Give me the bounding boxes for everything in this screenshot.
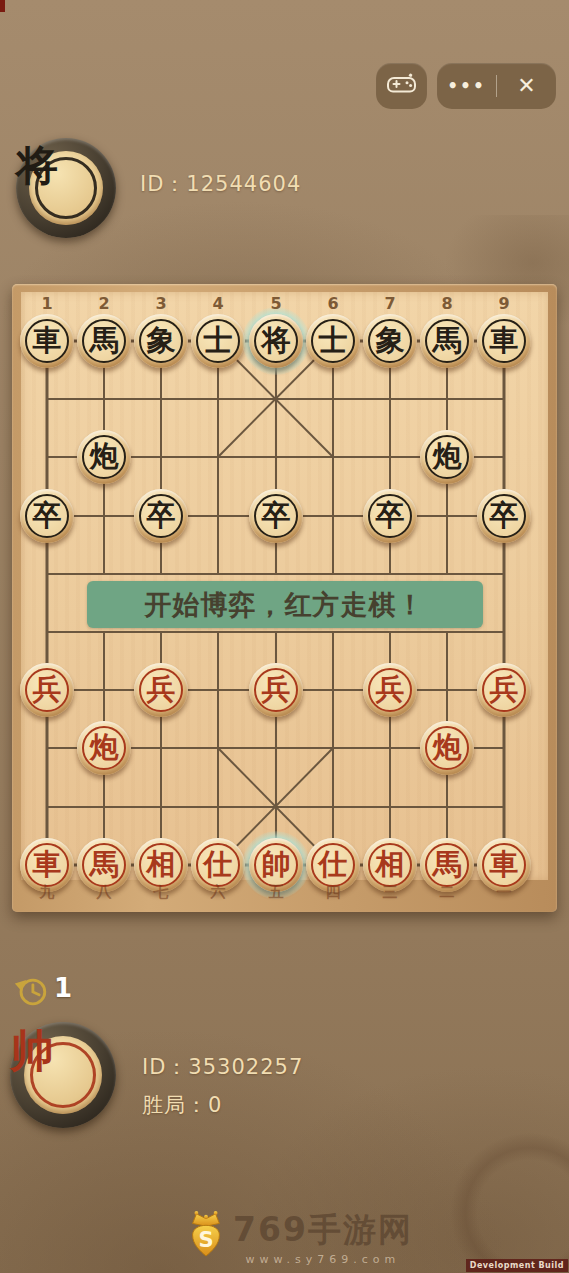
piece-red-兵[interactable]: 兵 xyxy=(363,663,417,717)
corner-artifact xyxy=(0,0,5,12)
player-avatar: 帅 xyxy=(10,1022,116,1128)
piece-black-炮[interactable]: 炮 xyxy=(420,430,474,484)
piece-red-兵[interactable]: 兵 xyxy=(477,663,531,717)
logo-letter: S xyxy=(198,1227,213,1252)
piece-char: 相 xyxy=(368,843,412,887)
piece-black-卒[interactable]: 卒 xyxy=(20,489,74,543)
status-banner: 开始博弈，红方走棋！ xyxy=(87,581,483,628)
column-label-bottom: 六 xyxy=(207,883,229,902)
column-label-bottom: 四 xyxy=(322,883,344,902)
piece-black-車[interactable]: 車 xyxy=(477,314,531,368)
avatar-piece-char: 帅 xyxy=(10,1025,54,1076)
column-label-bottom: 九 xyxy=(36,883,58,902)
piece-char: 卒 xyxy=(368,494,412,538)
piece-char: 仕 xyxy=(196,843,240,887)
piece-char: 車 xyxy=(482,843,526,887)
column-label-top: 4 xyxy=(207,294,229,313)
site-watermark: S 769手游网 www.sy769.com xyxy=(183,1208,413,1266)
piece-char: 卒 xyxy=(482,494,526,538)
column-label-top: 3 xyxy=(150,294,172,313)
column-label-bottom: 一 xyxy=(493,883,515,902)
undo-history-button[interactable] xyxy=(12,972,52,1012)
piece-char: 兵 xyxy=(482,668,526,712)
piece-char: 馬 xyxy=(425,319,469,363)
piece-black-車[interactable]: 車 xyxy=(20,314,74,368)
column-label-bottom: 八 xyxy=(93,883,115,902)
status-banner-text: 开始博弈，红方走棋！ xyxy=(145,587,425,623)
column-label-top: 9 xyxy=(493,294,515,313)
piece-char: 馬 xyxy=(82,319,126,363)
piece-black-象[interactable]: 象 xyxy=(363,314,417,368)
column-label-top: 2 xyxy=(93,294,115,313)
column-label-bottom: 七 xyxy=(150,883,172,902)
undo-count: 1 xyxy=(54,973,72,1003)
piece-char: 車 xyxy=(25,843,69,887)
piece-red-炮[interactable]: 炮 xyxy=(420,721,474,775)
crown-logo-icon: S xyxy=(183,1208,229,1258)
piece-char: 帥 xyxy=(254,843,298,887)
column-label-bottom: 三 xyxy=(379,883,401,902)
piece-black-卒[interactable]: 卒 xyxy=(249,489,303,543)
piece-char: 卒 xyxy=(25,494,69,538)
column-label-top: 6 xyxy=(322,294,344,313)
piece-char: 仕 xyxy=(311,843,355,887)
opponent-id: ID：12544604 xyxy=(140,170,301,198)
piece-red-兵[interactable]: 兵 xyxy=(20,663,74,717)
piece-char: 兵 xyxy=(139,668,183,712)
opponent-avatar: 将 xyxy=(16,138,116,238)
piece-char: 炮 xyxy=(425,726,469,770)
player-wins: 胜局：0 xyxy=(142,1091,222,1119)
piece-black-将[interactable]: 将 xyxy=(249,314,303,368)
piece-char: 象 xyxy=(368,319,412,363)
piece-char: 将 xyxy=(254,319,298,363)
piece-black-馬[interactable]: 馬 xyxy=(77,314,131,368)
piece-char: 卒 xyxy=(139,494,183,538)
piece-char: 兵 xyxy=(368,668,412,712)
avatar-piece-char: 将 xyxy=(16,141,58,190)
gamepad-button[interactable] xyxy=(376,63,427,109)
piece-black-卒[interactable]: 卒 xyxy=(134,489,188,543)
piece-char: 兵 xyxy=(25,668,69,712)
board[interactable]: 車馬象士将士象馬車炮炮卒卒卒卒卒兵兵兵兵兵炮炮車馬相仕帥仕相馬車 开始博弈，红方… xyxy=(12,284,557,912)
piece-red-兵[interactable]: 兵 xyxy=(134,663,188,717)
close-button[interactable]: ✕ xyxy=(497,63,556,109)
watermark-url: www.sy769.com xyxy=(233,1253,413,1266)
more-button[interactable]: ••• xyxy=(437,63,496,109)
gamepad-icon xyxy=(387,71,417,101)
column-label-top: 1 xyxy=(36,294,58,313)
piece-char: 士 xyxy=(311,319,355,363)
piece-char: 車 xyxy=(25,319,69,363)
column-label-top: 5 xyxy=(265,294,287,313)
piece-char: 炮 xyxy=(425,435,469,479)
piece-black-士[interactable]: 士 xyxy=(306,314,360,368)
piece-char: 馬 xyxy=(82,843,126,887)
piece-char: 馬 xyxy=(425,843,469,887)
piece-black-象[interactable]: 象 xyxy=(134,314,188,368)
column-label-top: 7 xyxy=(379,294,401,313)
close-icon: ✕ xyxy=(517,75,535,97)
more-icon: ••• xyxy=(447,78,486,95)
piece-black-馬[interactable]: 馬 xyxy=(420,314,474,368)
piece-char: 車 xyxy=(482,319,526,363)
column-label-bottom: 二 xyxy=(436,883,458,902)
player-id: ID：35302257 xyxy=(142,1053,303,1081)
piece-red-炮[interactable]: 炮 xyxy=(77,721,131,775)
watermark-title: 769手游网 xyxy=(233,1208,413,1253)
column-label-bottom: 五 xyxy=(265,883,287,902)
piece-char: 炮 xyxy=(82,726,126,770)
piece-char: 炮 xyxy=(82,435,126,479)
piece-char: 兵 xyxy=(254,668,298,712)
history-clock-icon xyxy=(12,972,50,1010)
game-screen: ••• ✕ 将 ID：12544604 xyxy=(0,0,569,1273)
piece-red-兵[interactable]: 兵 xyxy=(249,663,303,717)
piece-black-卒[interactable]: 卒 xyxy=(363,489,417,543)
window-controls: ••• ✕ xyxy=(437,63,556,109)
piece-char: 象 xyxy=(139,319,183,363)
piece-black-士[interactable]: 士 xyxy=(191,314,245,368)
piece-black-炮[interactable]: 炮 xyxy=(77,430,131,484)
dev-build-badge: Development Build xyxy=(466,1259,568,1272)
piece-char: 卒 xyxy=(254,494,298,538)
piece-char: 相 xyxy=(139,843,183,887)
piece-char: 士 xyxy=(196,319,240,363)
background-swirl xyxy=(420,1130,569,1273)
column-label-top: 8 xyxy=(436,294,458,313)
piece-black-卒[interactable]: 卒 xyxy=(477,489,531,543)
